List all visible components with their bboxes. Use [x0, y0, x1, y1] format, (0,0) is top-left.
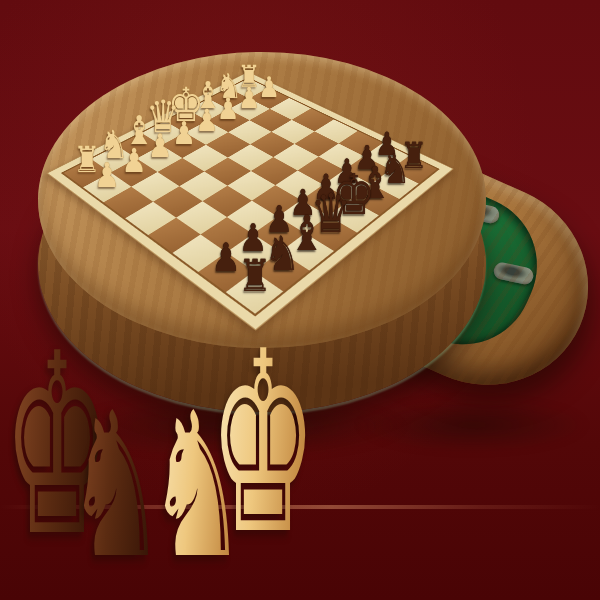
piece-white-pawn[interactable]: ♟: [217, 95, 240, 125]
drawer-shadow: [356, 398, 588, 452]
piece-white-pawn[interactable]: ♟: [238, 84, 260, 113]
piece-white-pawn[interactable]: ♟: [121, 144, 146, 177]
piece-white-pawn[interactable]: ♟: [94, 158, 120, 192]
foam-piece-slot: [492, 261, 535, 286]
piece-black-rook[interactable]: ♜: [238, 254, 272, 298]
piece-white-pawn[interactable]: ♟: [195, 106, 218, 137]
piece-white-pawn[interactable]: ♟: [172, 118, 196, 149]
piece-white-pawn[interactable]: ♟: [258, 74, 280, 102]
piece-white-pawn[interactable]: ♟: [147, 131, 172, 163]
scene: ♜♞♝♛♚♝♞♜♟♟♟♟♟♟♟♟♟♟♟♟♟♟♟♟♜♞♝♛♚♝♞♜♚♚♞♞♞♞♚♚: [0, 0, 600, 600]
foreground-piece-white-knight[interactable]: ♞: [147, 396, 247, 576]
piece-black-pawn[interactable]: ♟: [211, 238, 241, 277]
